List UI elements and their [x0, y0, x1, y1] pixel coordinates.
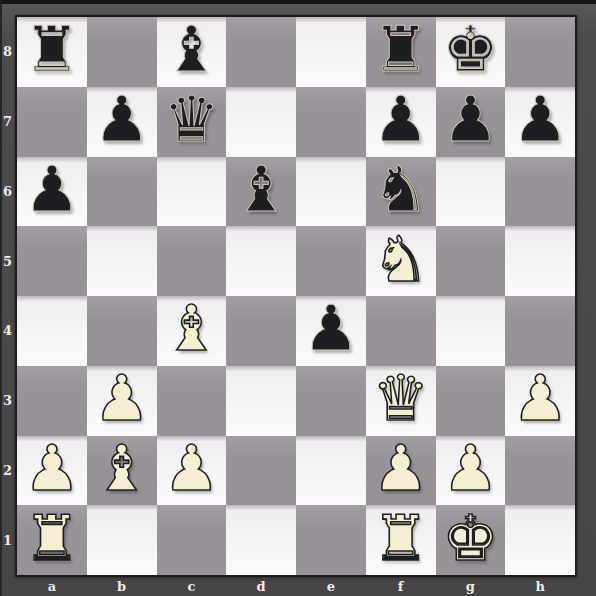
- square-g3[interactable]: [436, 366, 506, 436]
- white-knight-f5[interactable]: ♞: [372, 228, 428, 291]
- square-d7[interactable]: [226, 87, 296, 157]
- rank-label-1: 1: [0, 505, 15, 575]
- square-a8[interactable]: ♜: [17, 17, 87, 87]
- square-c3[interactable]: [157, 366, 227, 436]
- rank-label-8: 8: [0, 17, 15, 87]
- square-a3[interactable]: [17, 366, 87, 436]
- square-g6[interactable]: [436, 157, 506, 227]
- square-g7[interactable]: ♟: [436, 87, 506, 157]
- black-king-g8[interactable]: ♚: [442, 18, 498, 81]
- square-d1[interactable]: [226, 505, 296, 575]
- black-knight-f6[interactable]: ♞: [372, 158, 428, 221]
- square-c4[interactable]: ♝: [157, 296, 227, 366]
- square-c5[interactable]: [157, 226, 227, 296]
- square-g2[interactable]: ♟: [436, 436, 506, 506]
- square-h4[interactable]: [505, 296, 575, 366]
- file-label-b: b: [87, 577, 157, 596]
- rank-label-5: 5: [0, 226, 15, 296]
- file-label-e: e: [296, 577, 366, 596]
- black-bishop-c8[interactable]: ♝: [163, 18, 219, 81]
- square-c2[interactable]: ♟: [157, 436, 227, 506]
- square-f1[interactable]: ♜: [366, 505, 436, 575]
- square-d2[interactable]: [226, 436, 296, 506]
- square-e5[interactable]: [296, 226, 366, 296]
- square-g4[interactable]: [436, 296, 506, 366]
- square-d6[interactable]: ♝: [226, 157, 296, 227]
- rank-label-4: 4: [0, 296, 15, 366]
- rank-label-2: 2: [0, 436, 15, 506]
- white-pawn-h3[interactable]: ♟: [512, 367, 568, 430]
- square-f4[interactable]: [366, 296, 436, 366]
- square-h7[interactable]: ♟: [505, 87, 575, 157]
- white-pawn-a2[interactable]: ♟: [24, 437, 80, 500]
- file-label-h: h: [505, 577, 575, 596]
- chess-board: ♜♝♜♚♟♛♟♟♟♟♝♞♞♝♟♟♛♟♟♝♟♟♟♜♜♚: [15, 15, 577, 577]
- square-h5[interactable]: [505, 226, 575, 296]
- white-queen-f3[interactable]: ♛: [372, 367, 428, 430]
- square-e6[interactable]: [296, 157, 366, 227]
- square-c1[interactable]: [157, 505, 227, 575]
- black-rook-a8[interactable]: ♜: [24, 18, 80, 81]
- square-d3[interactable]: [226, 366, 296, 436]
- file-label-f: f: [366, 577, 436, 596]
- white-pawn-f2[interactable]: ♟: [372, 437, 428, 500]
- square-b1[interactable]: [87, 505, 157, 575]
- black-rook-f8[interactable]: ♜: [372, 18, 428, 81]
- square-e2[interactable]: [296, 436, 366, 506]
- square-b2[interactable]: ♝: [87, 436, 157, 506]
- white-bishop-c4[interactable]: ♝: [163, 297, 219, 360]
- square-g1[interactable]: ♚: [436, 505, 506, 575]
- white-pawn-b3[interactable]: ♟: [93, 367, 149, 430]
- white-pawn-c2[interactable]: ♟: [163, 437, 219, 500]
- white-rook-a1[interactable]: ♜: [24, 507, 80, 570]
- square-a1[interactable]: ♜: [17, 505, 87, 575]
- square-a6[interactable]: ♟: [17, 157, 87, 227]
- square-h8[interactable]: [505, 17, 575, 87]
- square-f6[interactable]: ♞: [366, 157, 436, 227]
- square-b4[interactable]: [87, 296, 157, 366]
- square-g5[interactable]: [436, 226, 506, 296]
- square-a7[interactable]: [17, 87, 87, 157]
- black-pawn-h7[interactable]: ♟: [512, 88, 568, 151]
- white-pawn-g2[interactable]: ♟: [442, 437, 498, 500]
- square-h3[interactable]: ♟: [505, 366, 575, 436]
- square-e8[interactable]: [296, 17, 366, 87]
- square-c6[interactable]: [157, 157, 227, 227]
- black-bishop-d6[interactable]: ♝: [233, 158, 289, 221]
- square-h6[interactable]: [505, 157, 575, 227]
- square-e7[interactable]: [296, 87, 366, 157]
- square-f3[interactable]: ♛: [366, 366, 436, 436]
- file-label-d: d: [226, 577, 296, 596]
- black-queen-c7[interactable]: ♛: [163, 88, 219, 151]
- square-d8[interactable]: [226, 17, 296, 87]
- square-b6[interactable]: [87, 157, 157, 227]
- square-b7[interactable]: ♟: [87, 87, 157, 157]
- square-h1[interactable]: [505, 505, 575, 575]
- black-pawn-f7[interactable]: ♟: [372, 88, 428, 151]
- square-e4[interactable]: ♟: [296, 296, 366, 366]
- black-pawn-e4[interactable]: ♟: [303, 297, 359, 360]
- rank-label-3: 3: [0, 366, 15, 436]
- file-label-a: a: [17, 577, 87, 596]
- file-label-c: c: [157, 577, 227, 596]
- black-pawn-a6[interactable]: ♟: [24, 158, 80, 221]
- square-d4[interactable]: [226, 296, 296, 366]
- square-g8[interactable]: ♚: [436, 17, 506, 87]
- square-c8[interactable]: ♝: [157, 17, 227, 87]
- square-a2[interactable]: ♟: [17, 436, 87, 506]
- file-label-g: g: [436, 577, 506, 596]
- square-e1[interactable]: [296, 505, 366, 575]
- square-b3[interactable]: ♟: [87, 366, 157, 436]
- rank-labels: 87654321: [0, 17, 15, 575]
- square-e3[interactable]: [296, 366, 366, 436]
- black-pawn-b7[interactable]: ♟: [93, 88, 149, 151]
- square-b5[interactable]: [87, 226, 157, 296]
- rank-label-7: 7: [0, 87, 15, 157]
- file-labels: abcdefgh: [17, 577, 575, 596]
- square-d5[interactable]: [226, 226, 296, 296]
- square-c7[interactable]: ♛: [157, 87, 227, 157]
- black-pawn-g7[interactable]: ♟: [442, 88, 498, 151]
- white-rook-f1[interactable]: ♜: [372, 507, 428, 570]
- square-f2[interactable]: ♟: [366, 436, 436, 506]
- rank-label-6: 6: [0, 157, 15, 227]
- square-a5[interactable]: [17, 226, 87, 296]
- square-h2[interactable]: [505, 436, 575, 506]
- board-frame: 87654321 ♜♝♜♚♟♛♟♟♟♟♝♞♞♝♟♟♛♟♟♝♟♟♟♜♜♚ abcd…: [0, 0, 596, 596]
- square-f5[interactable]: ♞: [366, 226, 436, 296]
- square-b8[interactable]: [87, 17, 157, 87]
- white-king-g1[interactable]: ♚: [442, 507, 498, 570]
- square-f8[interactable]: ♜: [366, 17, 436, 87]
- square-f7[interactable]: ♟: [366, 87, 436, 157]
- white-bishop-b2[interactable]: ♝: [93, 437, 149, 500]
- frame-top-edge: [0, 0, 596, 4]
- square-a4[interactable]: [17, 296, 87, 366]
